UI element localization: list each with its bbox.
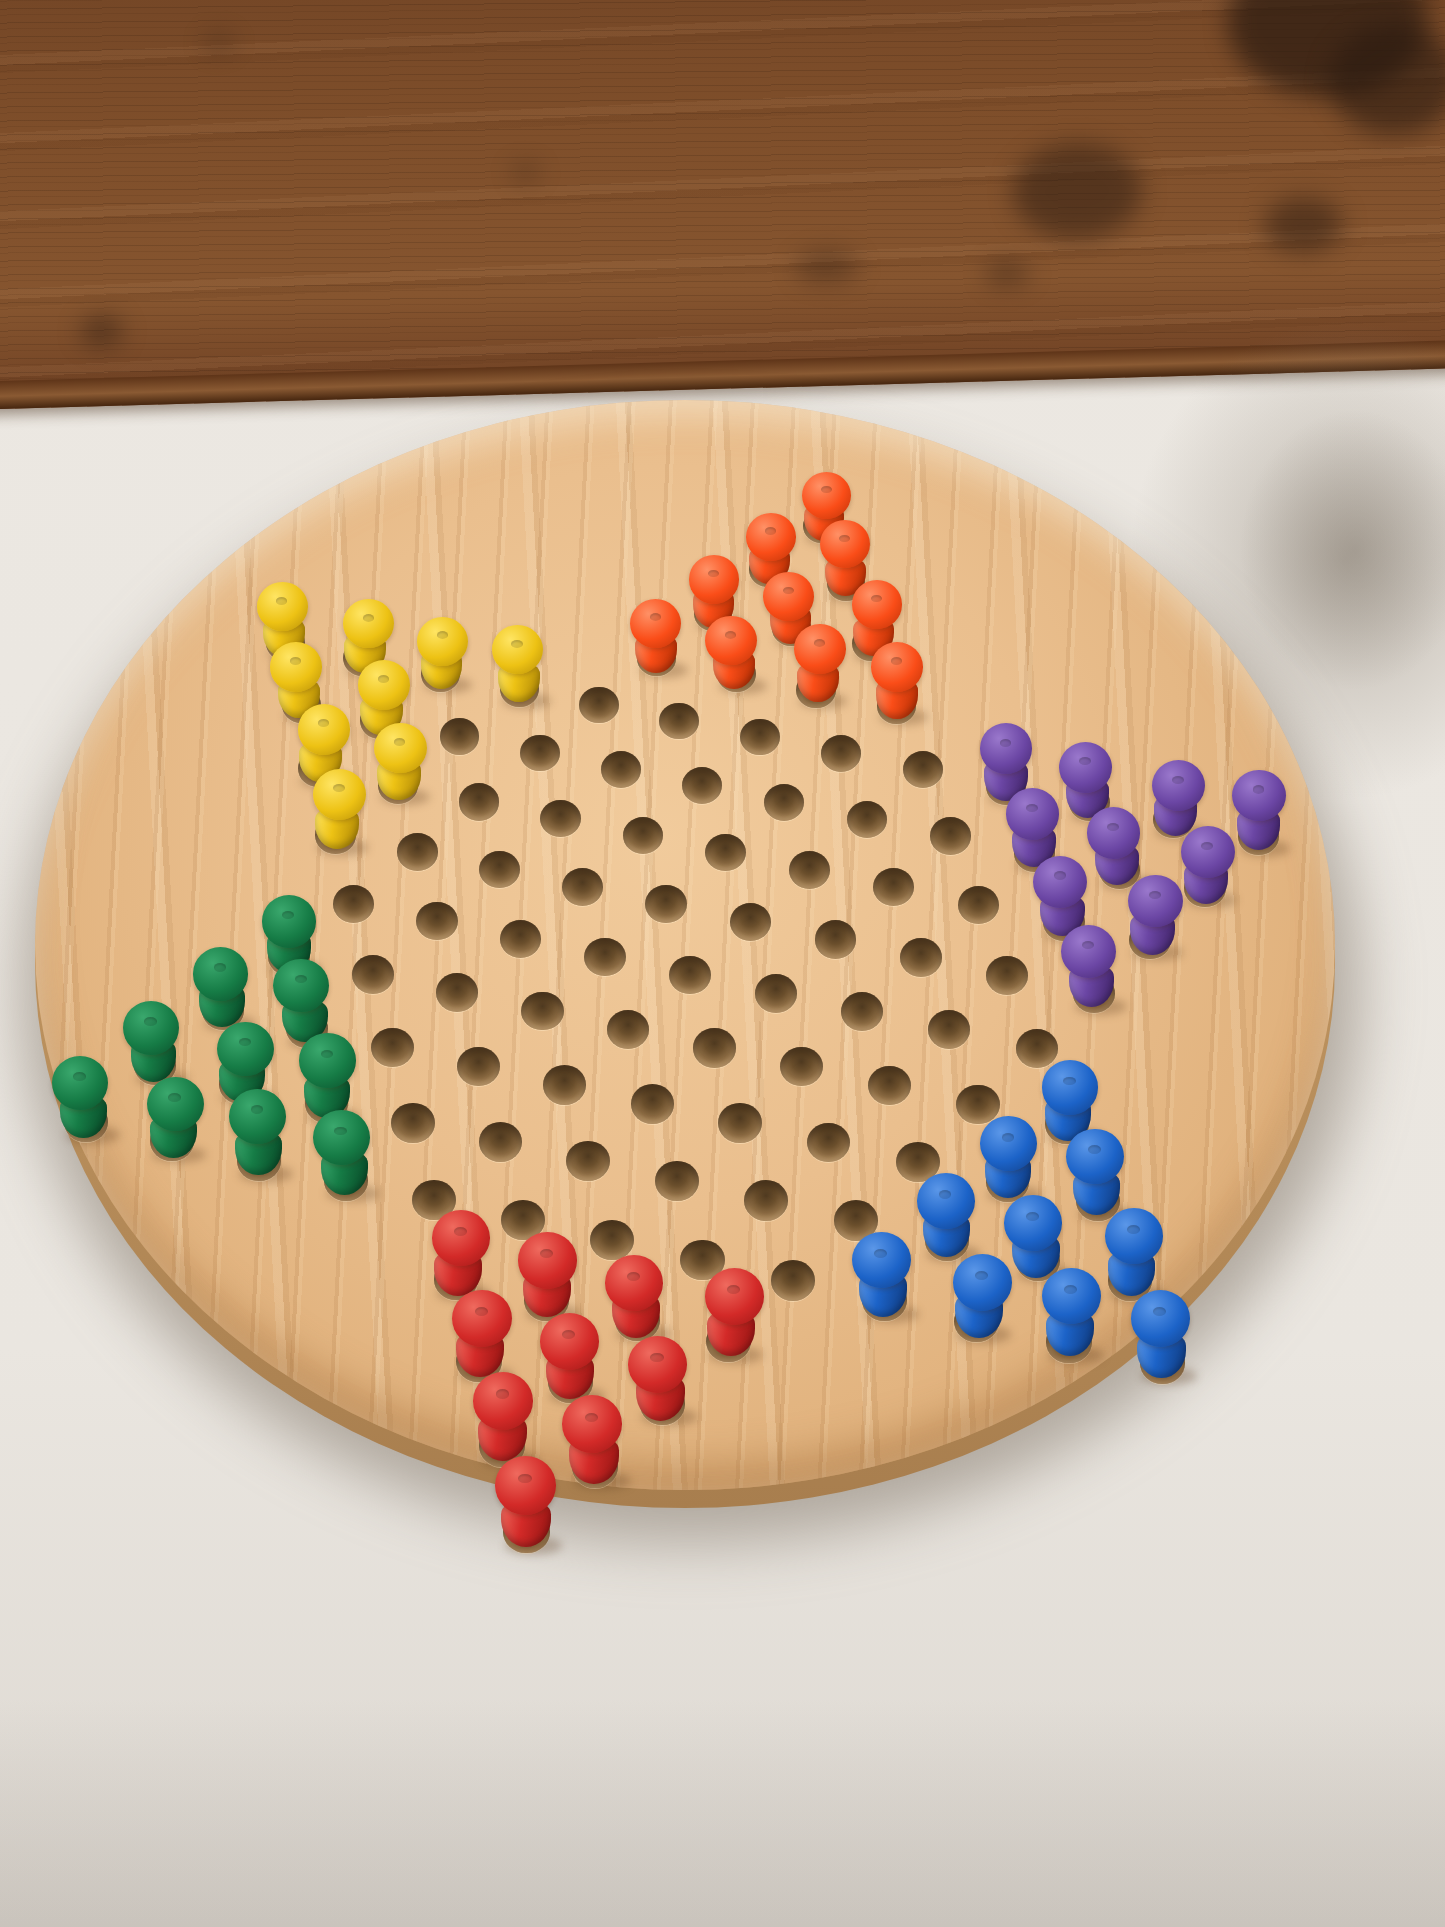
board-hole[interactable] xyxy=(655,1161,699,1201)
peg-head-dimple xyxy=(1088,1145,1101,1154)
board-hole[interactable] xyxy=(659,703,699,739)
board-hole[interactable] xyxy=(780,1047,823,1086)
peg-head-dimple xyxy=(1054,871,1066,879)
board-hole[interactable] xyxy=(601,751,641,788)
board-hole[interactable] xyxy=(841,992,883,1031)
board-hole[interactable] xyxy=(956,1085,999,1125)
peg-head-dimple xyxy=(1127,1225,1140,1234)
board-hole[interactable] xyxy=(764,784,804,821)
peg-head xyxy=(1059,742,1112,793)
board-hole[interactable] xyxy=(815,920,857,958)
peg-head-dimple xyxy=(318,719,330,727)
peg-head xyxy=(871,642,923,692)
board-hole[interactable] xyxy=(873,868,914,906)
board-hole[interactable] xyxy=(562,868,603,906)
peg-head xyxy=(980,723,1033,774)
board-hole[interactable] xyxy=(397,833,438,871)
peg-head-dimple xyxy=(251,1105,264,1114)
peg-head xyxy=(540,1313,599,1370)
peg-head-dimple xyxy=(454,1227,467,1236)
peg-head-dimple xyxy=(334,1127,347,1136)
peg-head xyxy=(299,1033,355,1087)
board-hole[interactable] xyxy=(645,885,686,923)
peg-head xyxy=(1105,1208,1163,1264)
peg-head-dimple xyxy=(891,657,902,665)
peg-head-dimple xyxy=(1002,1133,1015,1142)
peg-head-dimple xyxy=(540,1249,553,1258)
peg-head xyxy=(495,1456,556,1514)
peg-head xyxy=(1152,760,1205,811)
peg-head xyxy=(270,642,322,692)
peg-head xyxy=(763,572,814,621)
peg-head xyxy=(980,1116,1037,1171)
peg-head xyxy=(432,1210,490,1266)
peg-head xyxy=(217,1022,273,1076)
peg-head xyxy=(1066,1129,1124,1184)
peg-head-dimple xyxy=(378,675,389,683)
floor-vignette xyxy=(0,1697,1445,1927)
peg-head-dimple xyxy=(295,975,307,984)
peg-head xyxy=(262,895,317,948)
board-hole[interactable] xyxy=(755,974,797,1013)
peg-head-dimple xyxy=(475,1307,488,1316)
board-hole[interactable] xyxy=(730,903,772,941)
peg-head-dimple xyxy=(239,1038,251,1047)
peg-head-dimple xyxy=(73,1072,85,1081)
board-hole[interactable] xyxy=(416,902,458,940)
peg-head xyxy=(917,1173,975,1229)
peg-head xyxy=(298,704,350,754)
board-hole[interactable] xyxy=(540,800,581,837)
peg-head xyxy=(1042,1268,1101,1325)
board-hole[interactable] xyxy=(459,783,499,820)
peg-head-dimple xyxy=(1153,1307,1166,1316)
board-hole[interactable] xyxy=(607,1010,649,1049)
board-hole[interactable] xyxy=(543,1065,586,1105)
peg-head-dimple xyxy=(725,631,736,639)
peg-head-dimple xyxy=(585,1413,598,1422)
peg-head xyxy=(628,1336,688,1393)
peg-head-dimple xyxy=(321,1050,333,1059)
board-hole[interactable] xyxy=(718,1103,761,1143)
peg-head xyxy=(689,555,739,603)
peg-head-dimple xyxy=(839,535,850,543)
peg-head-dimple xyxy=(1026,804,1038,812)
peg-head xyxy=(1033,856,1087,908)
peg-head-dimple xyxy=(871,595,882,603)
peg-head-dimple xyxy=(627,1272,640,1281)
board-hole[interactable] xyxy=(333,885,374,923)
board-hole[interactable] xyxy=(705,834,746,872)
board-hole[interactable] xyxy=(590,1220,634,1261)
board-hole[interactable] xyxy=(682,767,722,804)
peg-head xyxy=(193,947,248,1000)
peg-head xyxy=(705,1268,764,1325)
board-hole[interactable] xyxy=(440,718,480,755)
peg-head xyxy=(802,472,851,519)
peg-head xyxy=(313,1110,370,1165)
board-hole[interactable] xyxy=(669,956,711,995)
peg-head-dimple xyxy=(821,486,832,494)
peg-head-dimple xyxy=(783,587,794,595)
board-hole[interactable] xyxy=(744,1180,788,1220)
peg-head xyxy=(746,513,796,561)
board-hole[interactable] xyxy=(566,1141,610,1181)
peg-head xyxy=(1181,826,1235,878)
peg-head-dimple xyxy=(282,911,294,919)
peg-head-dimple xyxy=(437,631,448,639)
board-hole[interactable] xyxy=(520,735,560,772)
peg-head xyxy=(1131,1290,1190,1347)
peg-head-dimple xyxy=(708,570,719,578)
board-hole[interactable] xyxy=(479,851,520,889)
peg-head xyxy=(473,1372,533,1430)
board-hole[interactable] xyxy=(371,1028,414,1067)
peg-head-dimple xyxy=(1172,776,1184,784)
peg-head xyxy=(417,617,468,666)
peg-head-dimple xyxy=(144,1017,156,1026)
board-hole[interactable] xyxy=(500,920,542,958)
peg-head xyxy=(273,959,329,1012)
peg-head-dimple xyxy=(939,1190,952,1199)
peg-head-dimple xyxy=(1000,739,1012,747)
peg-head xyxy=(257,582,308,631)
board-hole[interactable] xyxy=(584,938,626,976)
peg-head-dimple xyxy=(394,738,406,746)
board-hole[interactable] xyxy=(391,1103,434,1143)
peg-head xyxy=(1042,1060,1099,1114)
board-hole[interactable] xyxy=(740,719,780,756)
peg-head-dimple xyxy=(511,640,522,648)
peg-head-dimple xyxy=(562,1330,575,1339)
board-hole[interactable] xyxy=(352,955,394,994)
board-hole[interactable] xyxy=(958,886,999,924)
board-hole[interactable] xyxy=(579,687,618,723)
board-hole[interactable] xyxy=(847,801,888,838)
peg-head-dimple xyxy=(814,639,825,647)
peg-head-dimple xyxy=(765,527,776,535)
board-hole[interactable] xyxy=(623,817,664,854)
board-hole[interactable] xyxy=(928,1010,970,1049)
peg-head-dimple xyxy=(1063,1077,1075,1086)
board-hole[interactable] xyxy=(521,992,563,1031)
peg-head xyxy=(794,624,845,673)
peg-head-dimple xyxy=(518,1474,531,1483)
peg-head xyxy=(1087,807,1141,859)
peg-head-dimple xyxy=(650,613,661,621)
peg-head xyxy=(1061,925,1116,978)
peg-head-dimple xyxy=(333,784,345,792)
board-hole[interactable] xyxy=(1016,1029,1059,1068)
board-hole[interactable] xyxy=(789,851,830,889)
peg-head xyxy=(1006,788,1060,839)
board-hole[interactable] xyxy=(479,1122,522,1162)
peg-head-dimple xyxy=(1107,823,1119,831)
peg-head xyxy=(1004,1195,1062,1251)
peg-head xyxy=(52,1056,109,1110)
peg-head-dimple xyxy=(1064,1285,1077,1294)
peg-head xyxy=(123,1001,179,1055)
peg-head-dimple xyxy=(276,597,287,605)
peg-head xyxy=(229,1089,286,1144)
peg-head xyxy=(1128,875,1183,927)
peg-head-dimple xyxy=(290,657,301,665)
board-hole[interactable] xyxy=(436,973,478,1012)
peg-head-dimple xyxy=(727,1285,740,1294)
board-hole[interactable] xyxy=(807,1123,850,1163)
peg-head xyxy=(147,1077,204,1132)
board-hole[interactable] xyxy=(693,1028,736,1067)
board-hole[interactable] xyxy=(631,1084,674,1124)
pegboard-layer xyxy=(0,0,1445,1927)
peg-head xyxy=(705,616,756,665)
peg-head xyxy=(852,1232,911,1288)
peg-head xyxy=(1232,770,1285,821)
peg-head-dimple xyxy=(363,614,374,622)
peg-head xyxy=(313,769,366,820)
peg-head xyxy=(452,1290,511,1347)
peg-head-dimple xyxy=(874,1249,887,1258)
board-hole[interactable] xyxy=(900,938,942,976)
peg-head-dimple xyxy=(214,963,226,972)
peg-head xyxy=(953,1254,1012,1310)
peg-head xyxy=(852,580,903,629)
peg-head-dimple xyxy=(1201,842,1213,850)
peg-head-dimple xyxy=(1149,891,1161,899)
scene xyxy=(0,0,1445,1927)
peg-head xyxy=(630,599,681,648)
board-hole[interactable] xyxy=(868,1066,911,1106)
board-hole[interactable] xyxy=(930,817,971,854)
board-hole[interactable] xyxy=(986,956,1028,995)
peg-head xyxy=(358,660,410,710)
peg-head-dimple xyxy=(1026,1212,1039,1221)
peg-head xyxy=(518,1232,577,1288)
board-hole[interactable] xyxy=(821,735,861,772)
peg-head-dimple xyxy=(1079,757,1091,765)
peg-head xyxy=(820,520,870,568)
board-hole[interactable] xyxy=(771,1260,816,1301)
peg-head xyxy=(605,1255,664,1311)
peg-head-dimple xyxy=(496,1389,509,1398)
peg-head-dimple xyxy=(168,1093,181,1102)
peg-head-dimple xyxy=(975,1271,988,1280)
board-hole[interactable] xyxy=(457,1047,500,1086)
peg-head xyxy=(343,599,394,648)
board-hole[interactable] xyxy=(903,751,943,788)
peg-head-dimple xyxy=(650,1353,663,1362)
peg-head-dimple xyxy=(1082,941,1094,949)
peg-head-dimple xyxy=(1253,785,1265,793)
peg-head xyxy=(374,723,427,774)
